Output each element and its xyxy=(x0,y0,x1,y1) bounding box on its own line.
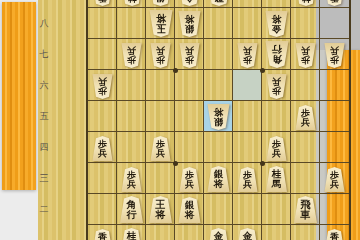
shogi-piece[interactable]: 歩兵 xyxy=(121,167,142,192)
piece-face: 桂馬 xyxy=(266,166,288,192)
piece-face: 歩兵 xyxy=(150,136,171,161)
piece-face: 桂馬 xyxy=(121,0,143,6)
shogi-piece[interactable]: 歩兵 xyxy=(237,43,258,68)
piece-face: 歩兵 xyxy=(266,136,287,161)
rank-label-8: 二 xyxy=(38,203,50,216)
board-square[interactable] xyxy=(88,39,117,70)
shogi-piece[interactable]: 銀将 xyxy=(178,11,201,37)
shogi-piece[interactable]: 桂馬 xyxy=(266,166,288,192)
board-square[interactable] xyxy=(233,101,262,132)
piece-face: 歩兵 xyxy=(121,43,142,68)
board-square[interactable] xyxy=(204,39,233,70)
board-square[interactable] xyxy=(291,70,320,101)
board-square[interactable] xyxy=(117,132,146,163)
board-square[interactable] xyxy=(291,8,320,39)
shogi-piece[interactable]: 歩兵 xyxy=(179,167,200,192)
piece-face: 歩兵 xyxy=(295,43,316,68)
shogi-board: 香車桂馬銀将金将飛車桂馬香車玉将銀将金将歩兵歩兵歩兵歩兵角行歩兵歩兵歩兵歩兵銀将… xyxy=(38,0,316,240)
board-square[interactable] xyxy=(320,8,349,39)
shogi-piece[interactable]: 歩兵 xyxy=(266,136,287,161)
shogi-piece[interactable]: 角行 xyxy=(265,41,289,68)
board-square[interactable] xyxy=(146,163,175,194)
board-square[interactable] xyxy=(117,101,146,132)
board-square[interactable] xyxy=(204,8,233,39)
piece-face: 歩兵 xyxy=(324,43,345,68)
piece-face: 歩兵 xyxy=(266,74,287,99)
board-square[interactable] xyxy=(88,8,117,39)
shogi-piece[interactable]: 歩兵 xyxy=(324,43,345,68)
board-square[interactable] xyxy=(262,101,291,132)
shogi-piece[interactable]: 桂馬 xyxy=(121,0,143,6)
board-square[interactable] xyxy=(204,194,233,225)
board-square[interactable] xyxy=(262,0,291,8)
shogi-piece[interactable]: 歩兵 xyxy=(92,136,113,161)
board-square[interactable] xyxy=(233,8,262,39)
piece-face: 飛車 xyxy=(207,0,231,6)
shogi-piece[interactable]: 銀将 xyxy=(149,0,172,6)
shogi-piece[interactable]: 香車 xyxy=(324,0,345,6)
shogi-piece[interactable]: 歩兵 xyxy=(295,43,316,68)
piece-face: 歩兵 xyxy=(92,74,113,99)
piece-face: 角行 xyxy=(265,41,289,68)
board-square[interactable] xyxy=(320,101,349,132)
piece-face: 金将 xyxy=(207,228,230,240)
shogi-piece[interactable]: 飛車 xyxy=(294,196,318,223)
board-square[interactable] xyxy=(204,132,233,163)
board-square[interactable] xyxy=(175,101,204,132)
piece-face: 桂馬 xyxy=(295,0,317,6)
board-square[interactable] xyxy=(233,0,262,8)
board-square[interactable] xyxy=(320,194,349,225)
shogi-piece[interactable]: 飛車 xyxy=(207,0,231,6)
piece-face: 桂馬 xyxy=(121,228,143,240)
piece-face: 金将 xyxy=(265,11,288,37)
piece-face: 銀将 xyxy=(178,197,201,223)
board-square[interactable] xyxy=(291,163,320,194)
piece-face: 香車 xyxy=(324,0,345,6)
shogi-piece[interactable]: 玉将 xyxy=(149,10,173,37)
shogi-piece[interactable]: 金将 xyxy=(207,228,230,240)
piece-face: 金将 xyxy=(178,0,201,6)
piece-face: 歩兵 xyxy=(237,43,258,68)
board-square[interactable] xyxy=(233,70,262,101)
board-square[interactable] xyxy=(204,70,233,101)
shogi-piece[interactable]: 歩兵 xyxy=(150,43,171,68)
piece-face: 香車 xyxy=(92,0,113,6)
board-square[interactable] xyxy=(175,132,204,163)
board-square[interactable] xyxy=(117,8,146,39)
board-square[interactable] xyxy=(233,194,262,225)
rank-label-3: 七 xyxy=(38,48,50,61)
hoshi-dot xyxy=(173,161,178,166)
hoshi-dot xyxy=(260,161,265,166)
board-square[interactable] xyxy=(146,70,175,101)
piece-face: 歩兵 xyxy=(324,167,345,192)
piece-face: 銀将 xyxy=(207,104,230,130)
shogi-piece[interactable]: 歩兵 xyxy=(150,136,171,161)
shogi-piece[interactable]: 香車 xyxy=(92,0,113,6)
hoshi-dot xyxy=(260,68,265,73)
board-grid: 香車桂馬銀将金将飛車桂馬香車玉将銀将金将歩兵歩兵歩兵歩兵角行歩兵歩兵歩兵歩兵銀将… xyxy=(86,0,351,240)
piece-face: 香車 xyxy=(92,229,113,240)
shogi-piece[interactable]: 歩兵 xyxy=(295,105,316,130)
board-square[interactable] xyxy=(88,194,117,225)
shogi-piece[interactable]: 歩兵 xyxy=(121,43,142,68)
piece-face: 銀将 xyxy=(149,0,172,6)
board-square[interactable] xyxy=(175,70,204,101)
board-square[interactable] xyxy=(320,132,349,163)
shogi-piece[interactable]: 銀将 xyxy=(207,104,230,130)
rank-label-2: 八 xyxy=(38,17,50,30)
board-square[interactable] xyxy=(291,225,320,240)
piece-face: 金将 xyxy=(236,228,259,240)
board-square[interactable] xyxy=(262,194,291,225)
piece-face: 歩兵 xyxy=(150,43,171,68)
shogi-piece[interactable]: 銀将 xyxy=(178,197,201,223)
piece-face: 王将 xyxy=(149,196,173,223)
shogi-piece[interactable]: 香車 xyxy=(324,229,345,240)
shogi-piece[interactable]: 歩兵 xyxy=(92,74,113,99)
piece-face: 歩兵 xyxy=(295,105,316,130)
rank-label-6: 四 xyxy=(38,141,50,154)
board-square[interactable] xyxy=(117,70,146,101)
shogi-app: 香車桂馬銀将金将飛車桂馬香車玉将銀将金将歩兵歩兵歩兵歩兵角行歩兵歩兵歩兵歩兵銀将… xyxy=(0,0,360,240)
board-square[interactable] xyxy=(88,101,117,132)
board-square[interactable] xyxy=(262,225,291,240)
shogi-piece[interactable]: 角行 xyxy=(120,196,144,223)
shogi-piece[interactable]: 金将 xyxy=(178,0,201,6)
piece-face: 歩兵 xyxy=(179,167,200,192)
piece-face: 香車 xyxy=(324,229,345,240)
board-square[interactable] xyxy=(88,163,117,194)
board-square[interactable] xyxy=(146,101,175,132)
piece-face: 歩兵 xyxy=(121,167,142,192)
board-square[interactable] xyxy=(175,225,204,240)
piece-face: 玉将 xyxy=(149,10,173,37)
rank-label-7: 三 xyxy=(38,172,50,185)
rank-label-4: 六 xyxy=(38,79,50,92)
hoshi-dot xyxy=(173,68,178,73)
board-square[interactable] xyxy=(291,132,320,163)
shogi-piece[interactable]: 歩兵 xyxy=(266,74,287,99)
piece-face: 歩兵 xyxy=(92,136,113,161)
board-square[interactable] xyxy=(146,225,175,240)
piece-face: 飛車 xyxy=(294,196,318,223)
piece-face: 角行 xyxy=(120,196,144,223)
rank-label-5: 五 xyxy=(38,110,50,123)
shogi-piece[interactable]: 歩兵 xyxy=(324,167,345,192)
shogi-piece[interactable]: 王将 xyxy=(149,196,173,223)
piece-face: 歩兵 xyxy=(237,167,258,192)
board-square[interactable] xyxy=(320,70,349,101)
shogi-piece[interactable]: 桂馬 xyxy=(295,0,317,6)
piece-face: 歩兵 xyxy=(179,43,200,68)
piece-face: 銀将 xyxy=(178,11,201,37)
shogi-piece[interactable]: 歩兵 xyxy=(179,43,200,68)
left-komadai-piece-stand[interactable] xyxy=(2,2,36,190)
piece-face: 銀将 xyxy=(207,166,230,192)
board-square[interactable] xyxy=(233,132,262,163)
shogi-piece[interactable]: 銀将 xyxy=(207,166,230,192)
shogi-piece[interactable]: 桂馬 xyxy=(121,228,143,240)
shogi-piece[interactable]: 歩兵 xyxy=(237,167,258,192)
shogi-piece[interactable]: 金将 xyxy=(236,228,259,240)
shogi-piece[interactable]: 金将 xyxy=(265,11,288,37)
shogi-piece[interactable]: 香車 xyxy=(92,229,113,240)
